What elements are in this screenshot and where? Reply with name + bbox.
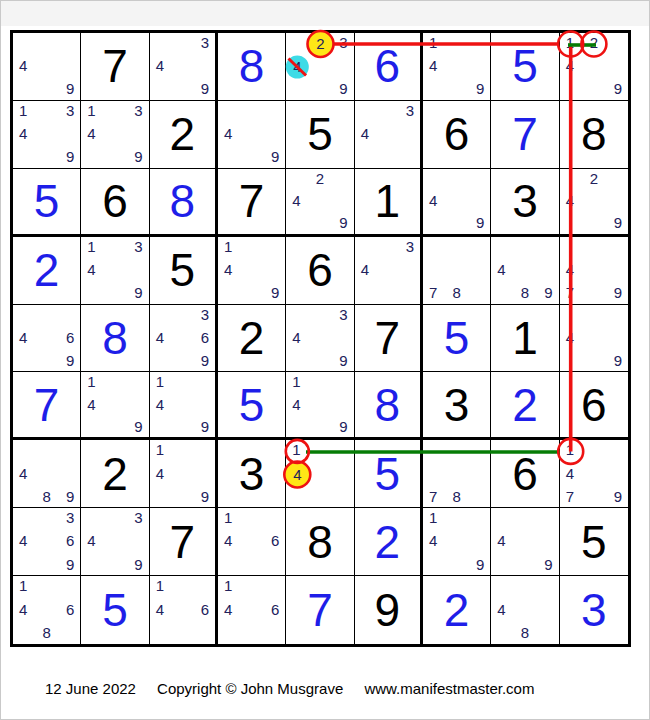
solved-digit: 8 bbox=[150, 169, 215, 234]
given-digit: 5 bbox=[150, 237, 215, 304]
solved-digit: 2 bbox=[355, 508, 420, 575]
cell-r6c5[interactable]: 149 bbox=[286, 372, 354, 440]
footer-url[interactable]: www.manifestmaster.com bbox=[364, 680, 534, 697]
cell-r6c7[interactable]: 3 bbox=[423, 372, 491, 440]
pencil-mark-9: 9 bbox=[66, 149, 76, 166]
cell-r7c2[interactable]: 2 bbox=[81, 440, 149, 508]
solved-digit: 5 bbox=[355, 440, 420, 507]
given-digit: 2 bbox=[150, 101, 215, 168]
cell-r8c8[interactable]: 49 bbox=[491, 508, 559, 576]
pencil-mark-3: 3 bbox=[201, 35, 211, 52]
cell-r5c9[interactable]: 49 bbox=[560, 305, 628, 373]
cell-r9c6[interactable]: 9 bbox=[355, 576, 423, 644]
cell-r8c2[interactable]: 349 bbox=[81, 508, 149, 576]
pencil-mark-1: 1 bbox=[154, 374, 164, 391]
pencil-mark-3: 3 bbox=[66, 103, 76, 120]
pencil-marks: 1349 bbox=[81, 237, 148, 304]
solved-digit: 7 bbox=[13, 372, 80, 437]
pencil-mark-9: 9 bbox=[201, 353, 211, 370]
pencil-mark-9: 9 bbox=[66, 557, 76, 574]
cell-r1c5[interactable]: 2349 bbox=[286, 33, 354, 101]
cell-r3c4[interactable]: 7 bbox=[218, 169, 286, 237]
pencil-mark-2: 2 bbox=[316, 35, 324, 52]
cell-r6c1[interactable]: 7 bbox=[13, 372, 81, 440]
pencil-mark-4: 4 bbox=[222, 126, 232, 143]
pencil-mark-9: 9 bbox=[134, 557, 144, 574]
given-digit: 7 bbox=[218, 169, 285, 234]
cell-r4c2[interactable]: 1349 bbox=[81, 237, 149, 305]
pencil-mark-8: 8 bbox=[521, 625, 529, 642]
pencil-mark-3: 3 bbox=[406, 103, 416, 120]
cell-r7c5[interactable]: 14 bbox=[286, 440, 354, 508]
given-digit: 7 bbox=[355, 305, 420, 372]
pencil-mark-9: 9 bbox=[201, 81, 211, 98]
pencil-mark-1: 1 bbox=[427, 510, 437, 527]
pencil-mark-4: 4 bbox=[17, 466, 27, 483]
pencil-mark-6: 6 bbox=[66, 602, 76, 619]
pencil-mark-8: 8 bbox=[42, 489, 50, 506]
pencil-mark-6: 6 bbox=[201, 330, 211, 347]
pencil-mark-9: 9 bbox=[614, 285, 624, 302]
pencil-mark-4: 4 bbox=[290, 397, 300, 414]
cell-r5c3[interactable]: 3469 bbox=[150, 305, 218, 373]
cell-r9c8[interactable]: 48 bbox=[491, 576, 559, 644]
cell-r6c2[interactable]: 149 bbox=[81, 372, 149, 440]
pencil-mark-9: 9 bbox=[66, 81, 76, 98]
pencil-marks: 149 bbox=[423, 508, 490, 575]
pencil-mark-4: 4 bbox=[17, 58, 27, 75]
pencil-mark-4: 4 bbox=[427, 533, 437, 550]
cell-r3c9[interactable]: 249 bbox=[560, 169, 628, 237]
pencil-marks: 78 bbox=[423, 440, 490, 507]
cell-r8c4[interactable]: 146 bbox=[218, 508, 286, 576]
cell-r5c6[interactable]: 7 bbox=[355, 305, 423, 373]
pencil-mark-3: 3 bbox=[134, 239, 144, 256]
pencil-mark-6: 6 bbox=[66, 533, 76, 550]
cell-r3c2[interactable]: 6 bbox=[81, 169, 149, 237]
pencil-mark-6: 6 bbox=[201, 602, 211, 619]
given-digit: 9 bbox=[355, 576, 420, 644]
pencil-mark-1: 1 bbox=[85, 374, 95, 391]
pencil-marks: 3469 bbox=[13, 508, 80, 575]
pencil-mark-2: 2 bbox=[316, 171, 324, 188]
solved-digit: 7 bbox=[491, 101, 558, 168]
pencil-marks: 249 bbox=[286, 169, 353, 234]
cell-r4c8[interactable]: 489 bbox=[491, 237, 559, 305]
given-digit: 5 bbox=[286, 101, 353, 168]
solved-digit: 3 bbox=[560, 576, 628, 644]
pencil-mark-4: 4 bbox=[427, 58, 437, 75]
cell-r3c6[interactable]: 1 bbox=[355, 169, 423, 237]
given-digit: 7 bbox=[150, 508, 215, 575]
pencil-marks: 489 bbox=[491, 237, 558, 304]
given-digit: 1 bbox=[491, 305, 558, 372]
pencil-mark-4: 4 bbox=[222, 262, 232, 279]
pencil-mark-9: 9 bbox=[201, 419, 211, 436]
pencil-mark-4: 4 bbox=[564, 193, 574, 210]
pencil-mark-8: 8 bbox=[42, 625, 50, 642]
pencil-mark-8: 8 bbox=[521, 285, 529, 302]
pencil-mark-9: 9 bbox=[271, 285, 281, 302]
pencil-mark-1: 1 bbox=[564, 35, 574, 52]
pencil-marks: 48 bbox=[491, 576, 558, 644]
given-digit: 8 bbox=[286, 508, 353, 575]
sudoku-board: 4973498234961495124913491349249534678568… bbox=[10, 30, 631, 647]
cell-r2c2[interactable]: 1349 bbox=[81, 101, 149, 169]
cell-r8c1[interactable]: 3469 bbox=[13, 508, 81, 576]
solved-digit: 8 bbox=[81, 305, 148, 372]
window-top-band bbox=[1, 1, 649, 26]
pencil-mark-1: 1 bbox=[222, 578, 232, 595]
cell-r9c4[interactable]: 146 bbox=[218, 576, 286, 644]
pencil-mark-4: 4 bbox=[564, 466, 574, 483]
cell-r8c6[interactable]: 2 bbox=[355, 508, 423, 576]
pencil-mark-9: 9 bbox=[614, 215, 624, 232]
cell-r6c4[interactable]: 5 bbox=[218, 372, 286, 440]
cell-r9c9[interactable]: 3 bbox=[560, 576, 628, 644]
cell-r1c1[interactable]: 49 bbox=[13, 33, 81, 101]
pencil-mark-7: 7 bbox=[427, 285, 437, 302]
pencil-mark-4: 4 bbox=[495, 262, 505, 279]
pencil-mark-9: 9 bbox=[544, 557, 554, 574]
pencil-mark-4: 4 bbox=[154, 58, 164, 75]
given-digit: 2 bbox=[218, 305, 285, 372]
cell-r7c8[interactable]: 6 bbox=[491, 440, 559, 508]
pencil-mark-3: 3 bbox=[339, 35, 349, 52]
pencil-mark-9: 9 bbox=[271, 149, 281, 166]
pencil-mark-9: 9 bbox=[339, 215, 349, 232]
pencil-mark-9: 9 bbox=[66, 489, 76, 506]
pencil-mark-3: 3 bbox=[134, 510, 144, 527]
cell-r8c7[interactable]: 149 bbox=[423, 508, 491, 576]
given-digit: 6 bbox=[560, 372, 628, 437]
pencil-marks: 146 bbox=[150, 576, 215, 644]
pencil-mark-4: 4 bbox=[359, 262, 369, 279]
pencil-mark-9: 9 bbox=[339, 81, 349, 98]
pencil-marks: 1479 bbox=[560, 440, 628, 507]
pencil-mark-9: 9 bbox=[201, 489, 211, 506]
pencil-mark-3: 3 bbox=[406, 239, 416, 256]
pencil-mark-1: 1 bbox=[290, 442, 300, 459]
pencil-mark-1: 1 bbox=[427, 35, 437, 52]
pencil-mark-4: 4 bbox=[85, 533, 95, 550]
pencil-marks: 469 bbox=[13, 305, 80, 372]
pencil-marks: 349 bbox=[81, 508, 148, 575]
pencil-mark-9: 9 bbox=[476, 81, 486, 98]
cell-r3c7[interactable]: 49 bbox=[423, 169, 491, 237]
cell-r4c4[interactable]: 149 bbox=[218, 237, 286, 305]
pencil-mark-4: 4 bbox=[154, 397, 164, 414]
pencil-mark-2: 2 bbox=[590, 35, 598, 52]
cell-r5c1[interactable]: 469 bbox=[13, 305, 81, 373]
cell-r3c3[interactable]: 8 bbox=[150, 169, 218, 237]
pencil-mark-7: 7 bbox=[427, 489, 437, 506]
pencil-mark-4: 4 bbox=[17, 533, 27, 550]
pencil-mark-1: 1 bbox=[17, 578, 27, 595]
footer-date: 12 June 2022 bbox=[45, 680, 136, 697]
solved-digit: 6 bbox=[355, 33, 420, 100]
cell-r2c8[interactable]: 7 bbox=[491, 101, 559, 169]
given-digit: 8 bbox=[560, 101, 628, 168]
pencil-mark-3: 3 bbox=[66, 510, 76, 527]
pencil-marks: 349 bbox=[150, 33, 215, 100]
pencil-marks: 1349 bbox=[13, 101, 80, 168]
cell-r9c5[interactable]: 7 bbox=[286, 576, 354, 644]
solved-digit: 5 bbox=[218, 372, 285, 437]
given-digit: 2 bbox=[81, 440, 148, 507]
pencil-marks: 78 bbox=[423, 237, 490, 304]
cell-r4c7[interactable]: 78 bbox=[423, 237, 491, 305]
pencil-mark-9: 9 bbox=[66, 353, 76, 370]
cell-r4c1[interactable]: 2 bbox=[13, 237, 81, 305]
pencil-mark-1: 1 bbox=[154, 442, 164, 459]
pencil-mark-3: 3 bbox=[134, 103, 144, 120]
cell-r1c4[interactable]: 8 bbox=[218, 33, 286, 101]
pencil-mark-4: 4 bbox=[17, 602, 27, 619]
pencil-mark-8: 8 bbox=[452, 285, 460, 302]
pencil-marks: 3469 bbox=[150, 305, 215, 372]
cell-r2c4[interactable]: 49 bbox=[218, 101, 286, 169]
pencil-mark-4: 4 bbox=[290, 193, 300, 210]
cell-r8c9[interactable]: 5 bbox=[560, 508, 628, 576]
pencil-mark-9: 9 bbox=[614, 353, 624, 370]
cell-r9c3[interactable]: 146 bbox=[150, 576, 218, 644]
pencil-marks: 34 bbox=[355, 237, 420, 304]
pencil-marks: 479 bbox=[560, 237, 628, 304]
pencil-mark-4: 4 bbox=[290, 466, 300, 483]
cell-r7c6[interactable]: 5 bbox=[355, 440, 423, 508]
pencil-mark-9: 9 bbox=[339, 419, 349, 436]
cell-r1c3[interactable]: 349 bbox=[150, 33, 218, 101]
cell-r5c5[interactable]: 349 bbox=[286, 305, 354, 373]
pencil-marks: 49 bbox=[491, 508, 558, 575]
pencil-marks: 14 bbox=[286, 440, 353, 507]
pencil-marks: 149 bbox=[218, 237, 285, 304]
pencil-mark-4: 4 bbox=[290, 330, 300, 347]
pencil-mark-6: 6 bbox=[271, 602, 281, 619]
given-digit: 6 bbox=[81, 169, 148, 234]
pencil-mark-8: 8 bbox=[452, 489, 460, 506]
pencil-mark-1: 1 bbox=[564, 442, 574, 459]
cell-r3c5[interactable]: 249 bbox=[286, 169, 354, 237]
solved-digit: 5 bbox=[13, 169, 80, 234]
pencil-mark-7: 7 bbox=[564, 285, 574, 302]
cell-r7c3[interactable]: 149 bbox=[150, 440, 218, 508]
cell-r6c6[interactable]: 8 bbox=[355, 372, 423, 440]
pencil-mark-4: 4 bbox=[154, 330, 164, 347]
solved-digit: 8 bbox=[218, 33, 285, 100]
cell-r1c6[interactable]: 6 bbox=[355, 33, 423, 101]
pencil-mark-9: 9 bbox=[544, 285, 554, 302]
sudoku-grid: 4973498234961495124913491349249534678568… bbox=[13, 33, 628, 644]
given-digit: 3 bbox=[423, 372, 490, 437]
pencil-marks: 49 bbox=[423, 169, 490, 234]
pencil-marks: 49 bbox=[13, 33, 80, 100]
cell-r4c6[interactable]: 34 bbox=[355, 237, 423, 305]
pencil-mark-4: 4 bbox=[222, 602, 232, 619]
pencil-mark-1: 1 bbox=[222, 510, 232, 527]
cell-r7c1[interactable]: 489 bbox=[13, 440, 81, 508]
given-digit: 3 bbox=[218, 440, 285, 507]
given-digit: 6 bbox=[423, 101, 490, 168]
pencil-mark-9: 9 bbox=[614, 489, 624, 506]
pencil-mark-9: 9 bbox=[134, 419, 144, 436]
given-digit: 5 bbox=[560, 508, 628, 575]
pencil-marks: 49 bbox=[218, 101, 285, 168]
pencil-marks: 249 bbox=[560, 169, 628, 234]
cell-r1c7[interactable]: 149 bbox=[423, 33, 491, 101]
pencil-mark-1: 1 bbox=[222, 239, 232, 256]
pencil-mark-4: 4 bbox=[564, 330, 574, 347]
cell-r7c9[interactable]: 1479 bbox=[560, 440, 628, 508]
given-digit: 6 bbox=[491, 440, 558, 507]
pencil-marks: 349 bbox=[286, 305, 353, 372]
pencil-marks: 149 bbox=[286, 372, 353, 437]
cell-r1c2[interactable]: 7 bbox=[81, 33, 149, 101]
pencil-marks: 34 bbox=[355, 101, 420, 168]
cell-r4c9[interactable]: 479 bbox=[560, 237, 628, 305]
cell-r2c1[interactable]: 1349 bbox=[13, 101, 81, 169]
pencil-mark-4: 4 bbox=[85, 397, 95, 414]
pencil-marks: 149 bbox=[81, 372, 148, 437]
given-digit: 3 bbox=[491, 169, 558, 234]
pencil-mark-4: 4 bbox=[495, 602, 505, 619]
pencil-mark-9: 9 bbox=[339, 353, 349, 370]
pencil-mark-1: 1 bbox=[85, 103, 95, 120]
pencil-marks: 2349 bbox=[286, 33, 353, 100]
given-digit: 7 bbox=[81, 33, 148, 100]
pencil-mark-9: 9 bbox=[476, 557, 486, 574]
solved-digit: 5 bbox=[423, 305, 490, 372]
cell-r5c8[interactable]: 1 bbox=[491, 305, 559, 373]
pencil-mark-4: 4 bbox=[495, 533, 505, 550]
pencil-mark-4: 4 bbox=[564, 58, 574, 75]
solved-digit: 7 bbox=[286, 576, 353, 644]
pencil-mark-3: 3 bbox=[201, 307, 211, 324]
pencil-mark-3: 3 bbox=[339, 307, 349, 324]
pencil-mark-4: 4 bbox=[154, 602, 164, 619]
pencil-marks: 489 bbox=[13, 440, 80, 507]
cell-r8c5[interactable]: 8 bbox=[286, 508, 354, 576]
solved-digit: 5 bbox=[81, 576, 148, 644]
cell-r8c3[interactable]: 7 bbox=[150, 508, 218, 576]
pencil-mark-9: 9 bbox=[476, 215, 486, 232]
solved-digit: 2 bbox=[491, 372, 558, 437]
pencil-marks: 149 bbox=[150, 372, 215, 437]
pencil-mark-4: 4 bbox=[564, 262, 574, 279]
cell-r9c2[interactable]: 5 bbox=[81, 576, 149, 644]
pencil-mark-9: 9 bbox=[614, 81, 624, 98]
pencil-mark-4: 4 bbox=[85, 126, 95, 143]
cell-r2c9[interactable]: 8 bbox=[560, 101, 628, 169]
cell-r9c1[interactable]: 1468 bbox=[13, 576, 81, 644]
pencil-mark-1: 1 bbox=[154, 578, 164, 595]
pencil-mark-4: 4 bbox=[17, 126, 27, 143]
pencil-mark-6: 6 bbox=[66, 330, 76, 347]
cell-r2c3[interactable]: 2 bbox=[150, 101, 218, 169]
pencil-marks: 146 bbox=[218, 576, 285, 644]
given-digit: 6 bbox=[286, 237, 353, 304]
cell-r6c3[interactable]: 149 bbox=[150, 372, 218, 440]
cell-r9c7[interactable]: 2 bbox=[423, 576, 491, 644]
cell-r5c4[interactable]: 2 bbox=[218, 305, 286, 373]
pencil-mark-1: 1 bbox=[290, 374, 300, 391]
pencil-mark-2: 2 bbox=[590, 171, 598, 188]
cell-r5c7[interactable]: 5 bbox=[423, 305, 491, 373]
cell-r3c1[interactable]: 5 bbox=[13, 169, 81, 237]
cell-r6c8[interactable]: 2 bbox=[491, 372, 559, 440]
cell-r7c7[interactable]: 78 bbox=[423, 440, 491, 508]
pencil-mark-4: 4 bbox=[427, 193, 437, 210]
solved-digit: 2 bbox=[13, 237, 80, 304]
given-digit: 1 bbox=[355, 169, 420, 234]
pencil-mark-9: 9 bbox=[134, 285, 144, 302]
pencil-mark-4: 4 bbox=[17, 330, 27, 347]
cell-r1c9[interactable]: 1249 bbox=[560, 33, 628, 101]
pencil-mark-4: 4 bbox=[154, 466, 164, 483]
cell-r1c8[interactable]: 5 bbox=[491, 33, 559, 101]
footer-copyright: Copyright © John Musgrave bbox=[157, 680, 343, 697]
pencil-mark-4: 4 bbox=[222, 533, 232, 550]
pencil-marks: 149 bbox=[150, 440, 215, 507]
pencil-marks: 1249 bbox=[560, 33, 628, 100]
cell-r7c4[interactable]: 3 bbox=[218, 440, 286, 508]
pencil-marks: 1468 bbox=[13, 576, 80, 644]
footer: 12 June 2022 Copyright © John Musgrave w… bbox=[45, 680, 534, 697]
pencil-marks: 49 bbox=[560, 305, 628, 372]
pencil-marks: 149 bbox=[423, 33, 490, 100]
cell-r4c5[interactable]: 6 bbox=[286, 237, 354, 305]
solved-digit: 5 bbox=[491, 33, 558, 100]
pencil-mark-9: 9 bbox=[134, 149, 144, 166]
cell-r5c2[interactable]: 8 bbox=[81, 305, 149, 373]
pencil-mark-7: 7 bbox=[564, 489, 574, 506]
pencil-mark-4: 4 bbox=[359, 126, 369, 143]
cell-r2c7[interactable]: 6 bbox=[423, 101, 491, 169]
solved-digit: 2 bbox=[423, 576, 490, 644]
pencil-mark-4: 4 bbox=[85, 262, 95, 279]
pencil-marks: 146 bbox=[218, 508, 285, 575]
pencil-mark-6: 6 bbox=[271, 533, 281, 550]
cell-r2c6[interactable]: 34 bbox=[355, 101, 423, 169]
pencil-mark-4: 4 bbox=[290, 58, 300, 75]
solved-digit: 8 bbox=[355, 372, 420, 437]
cell-r2c5[interactable]: 5 bbox=[286, 101, 354, 169]
pencil-mark-1: 1 bbox=[85, 239, 95, 256]
cell-r4c3[interactable]: 5 bbox=[150, 237, 218, 305]
cell-r3c8[interactable]: 3 bbox=[491, 169, 559, 237]
pencil-mark-1: 1 bbox=[17, 103, 27, 120]
pencil-marks: 1349 bbox=[81, 101, 148, 168]
cell-r6c9[interactable]: 6 bbox=[560, 372, 628, 440]
